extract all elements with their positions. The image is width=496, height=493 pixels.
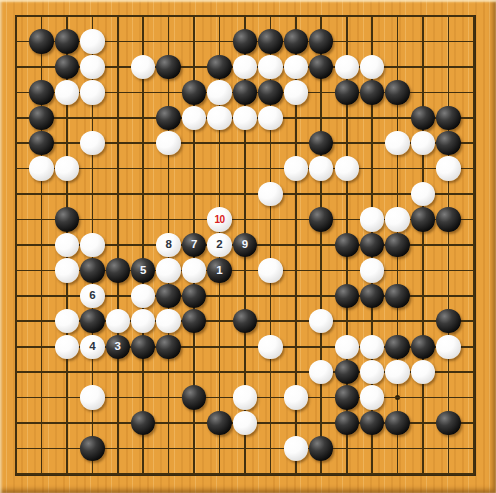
board-intersection[interactable] — [436, 3, 461, 28]
board-intersection[interactable] — [309, 29, 334, 54]
board-intersection[interactable] — [309, 436, 334, 461]
board-intersection[interactable] — [29, 461, 54, 486]
board-intersection[interactable] — [283, 359, 308, 384]
board-intersection[interactable] — [29, 232, 54, 257]
board-intersection[interactable] — [232, 156, 257, 181]
board-intersection[interactable] — [156, 105, 181, 130]
board-intersection[interactable] — [54, 181, 79, 206]
board-intersection[interactable] — [181, 207, 206, 232]
board-intersection[interactable] — [385, 309, 410, 334]
board-intersection[interactable] — [105, 410, 130, 435]
board-intersection[interactable] — [410, 80, 435, 105]
board-intersection[interactable] — [334, 309, 359, 334]
board-intersection[interactable] — [130, 80, 155, 105]
board-intersection[interactable] — [130, 436, 155, 461]
board-intersection[interactable] — [156, 461, 181, 486]
board-intersection[interactable] — [156, 436, 181, 461]
board-intersection[interactable] — [258, 80, 283, 105]
board-intersection[interactable] — [309, 3, 334, 28]
board-intersection[interactable] — [436, 232, 461, 257]
board-intersection[interactable] — [29, 207, 54, 232]
board-intersection[interactable] — [283, 105, 308, 130]
board-intersection[interactable] — [436, 410, 461, 435]
board-intersection[interactable] — [232, 3, 257, 28]
board-intersection[interactable] — [54, 258, 79, 283]
board-intersection[interactable]: 7 — [181, 232, 206, 257]
board-intersection[interactable] — [436, 359, 461, 384]
board-intersection[interactable] — [207, 80, 232, 105]
board-intersection[interactable] — [156, 80, 181, 105]
board-intersection[interactable] — [410, 54, 435, 79]
board-intersection[interactable] — [385, 54, 410, 79]
board-intersection[interactable] — [29, 3, 54, 28]
board-intersection[interactable] — [232, 309, 257, 334]
board-intersection[interactable] — [181, 130, 206, 155]
board-intersection[interactable] — [283, 156, 308, 181]
board-intersection[interactable] — [80, 3, 105, 28]
board-intersection[interactable] — [410, 29, 435, 54]
board-intersection[interactable] — [54, 232, 79, 257]
board-intersection[interactable] — [3, 232, 28, 257]
board-intersection[interactable] — [29, 283, 54, 308]
board-intersection[interactable] — [80, 232, 105, 257]
board-intersection[interactable] — [54, 283, 79, 308]
board-intersection[interactable] — [130, 309, 155, 334]
board-intersection[interactable] — [461, 80, 486, 105]
board-intersection[interactable] — [80, 54, 105, 79]
board-intersection[interactable] — [207, 461, 232, 486]
board-intersection[interactable] — [105, 436, 130, 461]
board-intersection[interactable] — [29, 80, 54, 105]
board-intersection[interactable] — [3, 156, 28, 181]
board-intersection[interactable] — [29, 29, 54, 54]
board-intersection[interactable] — [181, 410, 206, 435]
board-intersection[interactable] — [156, 156, 181, 181]
board-intersection[interactable] — [3, 283, 28, 308]
board-intersection[interactable] — [80, 359, 105, 384]
board-intersection[interactable] — [3, 385, 28, 410]
board-intersection[interactable] — [54, 410, 79, 435]
board-intersection[interactable] — [80, 385, 105, 410]
board-intersection[interactable] — [181, 156, 206, 181]
board-intersection[interactable] — [334, 3, 359, 28]
board-intersection[interactable] — [181, 359, 206, 384]
board-intersection[interactable] — [3, 461, 28, 486]
board-intersection[interactable] — [80, 207, 105, 232]
board-intersection[interactable] — [461, 156, 486, 181]
board-intersection[interactable] — [385, 232, 410, 257]
board-intersection[interactable] — [461, 283, 486, 308]
board-intersection[interactable] — [105, 232, 130, 257]
board-intersection[interactable] — [29, 436, 54, 461]
board-intersection[interactable] — [436, 385, 461, 410]
board-intersection[interactable] — [410, 207, 435, 232]
board-intersection[interactable] — [385, 385, 410, 410]
board-intersection[interactable] — [461, 334, 486, 359]
board-intersection[interactable] — [54, 309, 79, 334]
board-intersection[interactable] — [181, 181, 206, 206]
board-intersection[interactable] — [359, 54, 384, 79]
board-intersection[interactable] — [258, 283, 283, 308]
board-intersection[interactable] — [309, 80, 334, 105]
board-intersection[interactable] — [181, 461, 206, 486]
board-intersection[interactable] — [232, 436, 257, 461]
board-intersection[interactable] — [232, 54, 257, 79]
board-intersection[interactable] — [385, 410, 410, 435]
board-intersection[interactable] — [105, 80, 130, 105]
board-intersection[interactable] — [54, 359, 79, 384]
board-intersection[interactable] — [232, 80, 257, 105]
board-intersection[interactable] — [309, 258, 334, 283]
board-intersection[interactable] — [461, 410, 486, 435]
board-intersection[interactable] — [3, 130, 28, 155]
board-intersection[interactable] — [130, 181, 155, 206]
board-intersection[interactable] — [334, 232, 359, 257]
board-intersection[interactable] — [410, 334, 435, 359]
board-intersection[interactable] — [309, 385, 334, 410]
board-intersection[interactable] — [156, 334, 181, 359]
board-intersection[interactable] — [334, 80, 359, 105]
board-intersection[interactable] — [410, 130, 435, 155]
board-intersection[interactable] — [54, 54, 79, 79]
board-intersection[interactable] — [258, 410, 283, 435]
board-intersection[interactable] — [54, 334, 79, 359]
board-intersection[interactable] — [309, 232, 334, 257]
board-intersection[interactable] — [436, 181, 461, 206]
board-intersection[interactable] — [461, 436, 486, 461]
board-intersection[interactable] — [334, 283, 359, 308]
board-intersection[interactable] — [334, 436, 359, 461]
board-intersection[interactable] — [29, 309, 54, 334]
board-intersection[interactable] — [359, 283, 384, 308]
board-intersection[interactable] — [334, 334, 359, 359]
board-intersection[interactable] — [207, 3, 232, 28]
board-intersection[interactable] — [130, 461, 155, 486]
board-intersection[interactable] — [156, 181, 181, 206]
board-intersection[interactable] — [283, 385, 308, 410]
board-intersection[interactable] — [207, 410, 232, 435]
board-intersection[interactable] — [232, 29, 257, 54]
board-intersection[interactable] — [207, 385, 232, 410]
board-intersection[interactable] — [461, 232, 486, 257]
board-intersection[interactable] — [80, 181, 105, 206]
board-intersection[interactable] — [232, 385, 257, 410]
board-intersection[interactable] — [232, 181, 257, 206]
board-intersection[interactable] — [334, 410, 359, 435]
board-intersection[interactable] — [3, 410, 28, 435]
board-intersection[interactable] — [181, 385, 206, 410]
board-intersection[interactable]: 1 — [207, 258, 232, 283]
board-intersection[interactable] — [436, 283, 461, 308]
board-intersection[interactable] — [309, 54, 334, 79]
board-intersection[interactable] — [359, 207, 384, 232]
board-intersection[interactable] — [258, 207, 283, 232]
board-intersection[interactable] — [334, 207, 359, 232]
board-intersection[interactable] — [359, 105, 384, 130]
board-intersection[interactable]: 4 — [80, 334, 105, 359]
board-intersection[interactable] — [181, 54, 206, 79]
board-intersection[interactable] — [29, 359, 54, 384]
board-intersection[interactable] — [283, 3, 308, 28]
board-intersection[interactable] — [283, 207, 308, 232]
board-intersection[interactable] — [207, 130, 232, 155]
board-intersection[interactable] — [436, 436, 461, 461]
board-intersection[interactable] — [54, 436, 79, 461]
board-intersection[interactable] — [105, 105, 130, 130]
board-intersection[interactable] — [29, 258, 54, 283]
board-intersection[interactable] — [436, 156, 461, 181]
board-intersection[interactable] — [130, 232, 155, 257]
board-intersection[interactable] — [80, 80, 105, 105]
board-intersection[interactable] — [207, 29, 232, 54]
board-intersection[interactable] — [156, 29, 181, 54]
board-intersection[interactable] — [207, 54, 232, 79]
board-intersection[interactable] — [334, 130, 359, 155]
board-intersection[interactable] — [207, 334, 232, 359]
board-intersection[interactable] — [258, 156, 283, 181]
board-intersection[interactable] — [436, 461, 461, 486]
board-intersection[interactable] — [359, 334, 384, 359]
board-intersection[interactable] — [309, 283, 334, 308]
board-intersection[interactable] — [181, 29, 206, 54]
board-intersection[interactable] — [436, 29, 461, 54]
board-intersection[interactable] — [54, 80, 79, 105]
board-intersection[interactable] — [130, 359, 155, 384]
board-intersection[interactable] — [385, 105, 410, 130]
board-intersection[interactable] — [29, 156, 54, 181]
board-intersection[interactable] — [3, 436, 28, 461]
board-intersection[interactable]: 10 — [207, 207, 232, 232]
board-intersection[interactable] — [156, 258, 181, 283]
board-intersection[interactable] — [461, 359, 486, 384]
board-intersection[interactable] — [410, 3, 435, 28]
board-intersection[interactable] — [309, 461, 334, 486]
board-intersection[interactable] — [130, 54, 155, 79]
board-intersection[interactable] — [130, 130, 155, 155]
board-intersection[interactable] — [80, 258, 105, 283]
board-intersection[interactable] — [54, 156, 79, 181]
board-intersection[interactable] — [283, 283, 308, 308]
board-intersection[interactable] — [461, 181, 486, 206]
board-intersection[interactable] — [309, 156, 334, 181]
board-intersection[interactable]: 9 — [232, 232, 257, 257]
board-intersection[interactable] — [410, 232, 435, 257]
board-intersection[interactable]: 2 — [207, 232, 232, 257]
board-intersection[interactable] — [334, 156, 359, 181]
board-intersection[interactable] — [385, 258, 410, 283]
board-intersection[interactable] — [207, 181, 232, 206]
board-intersection[interactable] — [29, 385, 54, 410]
board-intersection[interactable] — [232, 461, 257, 486]
board-intersection[interactable] — [130, 105, 155, 130]
board-intersection[interactable] — [156, 3, 181, 28]
board-intersection[interactable] — [181, 334, 206, 359]
board-intersection[interactable] — [156, 359, 181, 384]
board-intersection[interactable] — [54, 29, 79, 54]
board-intersection[interactable] — [283, 309, 308, 334]
board-intersection[interactable] — [309, 334, 334, 359]
board-intersection[interactable] — [334, 385, 359, 410]
board-intersection[interactable] — [207, 283, 232, 308]
board-intersection[interactable] — [232, 334, 257, 359]
board-intersection[interactable] — [3, 80, 28, 105]
board-intersection[interactable] — [309, 309, 334, 334]
board-intersection[interactable] — [359, 232, 384, 257]
board-intersection[interactable] — [232, 258, 257, 283]
board-intersection[interactable] — [207, 105, 232, 130]
board-intersection[interactable] — [461, 29, 486, 54]
board-intersection[interactable] — [258, 181, 283, 206]
board-intersection[interactable] — [181, 309, 206, 334]
board-intersection[interactable] — [181, 283, 206, 308]
board-intersection[interactable] — [258, 359, 283, 384]
board-intersection[interactable] — [29, 105, 54, 130]
board-intersection[interactable] — [29, 334, 54, 359]
board-intersection[interactable] — [410, 181, 435, 206]
board-intersection[interactable] — [130, 334, 155, 359]
board-intersection[interactable] — [29, 54, 54, 79]
board-intersection[interactable] — [181, 80, 206, 105]
board-intersection[interactable] — [105, 3, 130, 28]
board-intersection[interactable] — [436, 105, 461, 130]
board-intersection[interactable] — [436, 258, 461, 283]
board-intersection[interactable] — [359, 410, 384, 435]
board-intersection[interactable] — [385, 181, 410, 206]
board-intersection[interactable] — [29, 181, 54, 206]
board-intersection[interactable] — [181, 105, 206, 130]
board-intersection[interactable] — [80, 410, 105, 435]
board-intersection[interactable] — [410, 436, 435, 461]
board-intersection[interactable] — [461, 54, 486, 79]
board-intersection[interactable] — [105, 385, 130, 410]
board-intersection[interactable] — [334, 258, 359, 283]
board-intersection[interactable] — [436, 54, 461, 79]
board-intersection[interactable] — [385, 130, 410, 155]
board-intersection[interactable] — [156, 54, 181, 79]
board-intersection[interactable] — [3, 29, 28, 54]
board-intersection[interactable] — [156, 130, 181, 155]
board-intersection[interactable] — [359, 3, 384, 28]
board-intersection[interactable] — [334, 461, 359, 486]
board-intersection[interactable] — [410, 385, 435, 410]
board-intersection[interactable] — [283, 334, 308, 359]
board-intersection[interactable] — [80, 309, 105, 334]
board-intersection[interactable] — [156, 410, 181, 435]
board-intersection[interactable] — [130, 385, 155, 410]
board-intersection[interactable] — [105, 207, 130, 232]
board-intersection[interactable] — [258, 385, 283, 410]
board-intersection[interactable] — [156, 385, 181, 410]
board-intersection[interactable] — [80, 156, 105, 181]
board-intersection[interactable] — [359, 309, 384, 334]
board-intersection[interactable] — [130, 283, 155, 308]
board-intersection[interactable] — [156, 207, 181, 232]
board-intersection[interactable] — [385, 283, 410, 308]
board-intersection[interactable] — [309, 410, 334, 435]
board-intersection[interactable] — [232, 359, 257, 384]
board-intersection[interactable] — [410, 258, 435, 283]
board-intersection[interactable] — [105, 258, 130, 283]
board-intersection[interactable] — [283, 410, 308, 435]
board-intersection[interactable] — [105, 54, 130, 79]
board-intersection[interactable] — [80, 130, 105, 155]
board-intersection[interactable] — [54, 461, 79, 486]
board-intersection[interactable] — [181, 258, 206, 283]
board-intersection[interactable] — [258, 436, 283, 461]
board-intersection[interactable] — [80, 105, 105, 130]
board-intersection[interactable] — [258, 334, 283, 359]
board-intersection[interactable] — [309, 359, 334, 384]
board-intersection[interactable] — [3, 309, 28, 334]
board-intersection[interactable] — [283, 130, 308, 155]
board-intersection[interactable] — [359, 156, 384, 181]
board-intersection[interactable] — [359, 130, 384, 155]
board-intersection[interactable] — [130, 156, 155, 181]
board-intersection[interactable] — [54, 207, 79, 232]
board-intersection[interactable] — [232, 130, 257, 155]
board-intersection[interactable] — [3, 3, 28, 28]
board-intersection[interactable] — [283, 258, 308, 283]
board-intersection[interactable] — [258, 232, 283, 257]
board-intersection[interactable] — [232, 410, 257, 435]
board-intersection[interactable]: 6 — [80, 283, 105, 308]
board-intersection[interactable] — [29, 130, 54, 155]
board-intersection[interactable] — [207, 309, 232, 334]
board-intersection[interactable] — [283, 461, 308, 486]
board-intersection[interactable] — [334, 105, 359, 130]
board-intersection[interactable] — [80, 436, 105, 461]
board-intersection[interactable] — [258, 105, 283, 130]
board-intersection[interactable] — [461, 130, 486, 155]
board-intersection[interactable] — [105, 130, 130, 155]
board-intersection[interactable] — [461, 258, 486, 283]
board-intersection[interactable] — [410, 410, 435, 435]
board-intersection[interactable] — [3, 258, 28, 283]
board-intersection[interactable] — [258, 54, 283, 79]
board-intersection[interactable] — [258, 309, 283, 334]
board-intersection[interactable] — [3, 181, 28, 206]
board-intersection[interactable] — [232, 207, 257, 232]
board-intersection[interactable] — [29, 410, 54, 435]
board-intersection[interactable] — [359, 436, 384, 461]
board-intersection[interactable] — [359, 461, 384, 486]
board-intersection[interactable] — [359, 181, 384, 206]
board-intersection[interactable] — [105, 359, 130, 384]
board-intersection[interactable] — [461, 309, 486, 334]
board-intersection[interactable] — [334, 54, 359, 79]
board-intersection[interactable] — [258, 29, 283, 54]
board-intersection[interactable] — [334, 29, 359, 54]
board-intersection[interactable] — [3, 334, 28, 359]
board-intersection[interactable] — [258, 130, 283, 155]
board-intersection[interactable] — [359, 359, 384, 384]
board-intersection[interactable] — [258, 258, 283, 283]
board-intersection[interactable] — [207, 359, 232, 384]
board-intersection[interactable] — [80, 29, 105, 54]
board-intersection[interactable] — [181, 436, 206, 461]
board-intersection[interactable] — [207, 436, 232, 461]
board-intersection[interactable] — [3, 207, 28, 232]
board-intersection[interactable] — [54, 3, 79, 28]
board-intersection[interactable] — [54, 130, 79, 155]
board-intersection[interactable] — [3, 54, 28, 79]
board-intersection[interactable] — [385, 29, 410, 54]
board-intersection[interactable] — [410, 105, 435, 130]
board-intersection[interactable] — [410, 359, 435, 384]
board-intersection[interactable] — [3, 359, 28, 384]
board-intersection[interactable] — [461, 105, 486, 130]
board-intersection[interactable] — [309, 207, 334, 232]
